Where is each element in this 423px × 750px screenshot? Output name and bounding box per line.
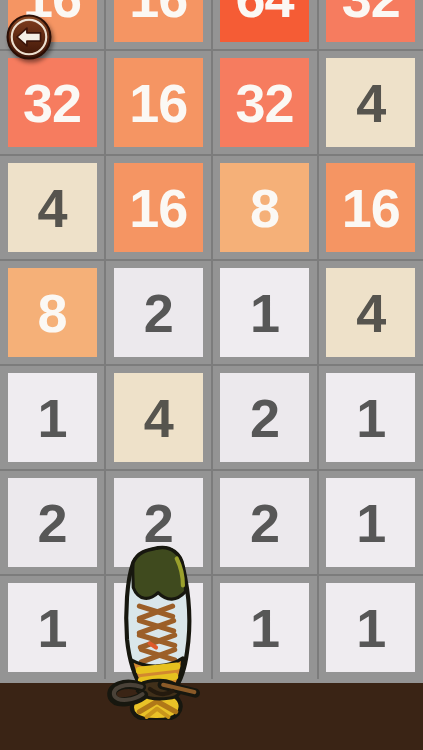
cell-r1c2: 16 [106, 0, 210, 49]
tile-1: 1 [326, 478, 415, 567]
tile-4: 4 [8, 163, 97, 252]
tile-value: 1 [356, 391, 385, 445]
tile-64: 64 [220, 0, 309, 42]
tile-2: 2 [114, 478, 203, 567]
tile-value: 2 [144, 286, 173, 340]
cell-r4c4: 4 [319, 261, 423, 364]
cell-r3c2: 16 [106, 156, 210, 259]
tile-value: 1 [38, 601, 67, 655]
board-grid[interactable]: 161664323216324416816821414212221111 [0, 0, 423, 679]
tile-1: 1 [326, 583, 415, 672]
tile-2: 2 [220, 478, 309, 567]
tile-value: 4 [144, 391, 173, 445]
game-screen: 161664323216324416816821414212221111 [0, 0, 423, 750]
tile-value: 4 [356, 286, 385, 340]
cell-r7c2 [106, 576, 210, 679]
cell-r5c1: 1 [0, 366, 104, 469]
cell-r6c1: 2 [0, 471, 104, 574]
cell-r4c2: 2 [106, 261, 210, 364]
ground-bar [0, 683, 423, 750]
tile-value: 8 [38, 286, 67, 340]
tile-value: 32 [342, 0, 400, 25]
cell-r6c2: 2 [106, 471, 210, 574]
cell-r4c1: 8 [0, 261, 104, 364]
tile-16: 16 [114, 163, 203, 252]
tile-value: 2 [38, 496, 67, 550]
tile-1: 1 [220, 268, 309, 357]
cell-r5c3: 2 [213, 366, 317, 469]
tile-1: 1 [326, 373, 415, 462]
tile-16: 16 [114, 0, 203, 42]
tile-value: 16 [129, 0, 187, 25]
tile-value: 1 [250, 286, 279, 340]
tile-1: 1 [220, 583, 309, 672]
tile-32: 32 [8, 58, 97, 147]
cell-r2c2: 16 [106, 51, 210, 154]
tile-4: 4 [326, 268, 415, 357]
tile-value: 1 [250, 601, 279, 655]
tile-1: 1 [8, 373, 97, 462]
tile-1: 1 [8, 583, 97, 672]
tile-value: 1 [356, 496, 385, 550]
tile-32: 32 [220, 58, 309, 147]
cell-r3c4: 16 [319, 156, 423, 259]
back-button[interactable] [6, 14, 52, 60]
cell-r4c3: 1 [213, 261, 317, 364]
tile-4: 4 [326, 58, 415, 147]
tile-value: 2 [144, 496, 173, 550]
cell-r5c4: 1 [319, 366, 423, 469]
tile-value: 1 [38, 391, 67, 445]
tile-8: 8 [220, 163, 309, 252]
cell-r1c3: 64 [213, 0, 317, 49]
cell-r3c3: 8 [213, 156, 317, 259]
cell-r2c3: 32 [213, 51, 317, 154]
tile-value: 8 [250, 181, 279, 235]
tile-2: 2 [220, 373, 309, 462]
cell-r7c3: 1 [213, 576, 317, 679]
tile-value: 2 [250, 391, 279, 445]
cell-r2c1: 32 [0, 51, 104, 154]
tile-2: 2 [114, 268, 203, 357]
tile-hidden-behind-shoe [114, 583, 203, 672]
tile-value: 2 [250, 496, 279, 550]
tile-value: 16 [129, 181, 187, 235]
tile-16: 16 [326, 163, 415, 252]
tile-value: 1 [356, 601, 385, 655]
cell-r5c2: 4 [106, 366, 210, 469]
tile-value: 16 [342, 181, 400, 235]
tile-value: 32 [23, 76, 81, 130]
cell-r7c4: 1 [319, 576, 423, 679]
cell-r3c1: 4 [0, 156, 104, 259]
tile-value: 32 [236, 76, 294, 130]
cell-r1c4: 32 [319, 0, 423, 49]
cell-r6c3: 2 [213, 471, 317, 574]
tile-4: 4 [114, 373, 203, 462]
tile-8: 8 [8, 268, 97, 357]
tile-value: 16 [129, 76, 187, 130]
tile-2: 2 [8, 478, 97, 567]
tile-value: 64 [236, 0, 294, 25]
tile-32: 32 [326, 0, 415, 42]
cell-r7c1: 1 [0, 576, 104, 679]
tile-16: 16 [114, 58, 203, 147]
tile-value: 4 [356, 76, 385, 130]
cell-r2c4: 4 [319, 51, 423, 154]
tile-value: 4 [38, 181, 67, 235]
cell-r6c4: 1 [319, 471, 423, 574]
